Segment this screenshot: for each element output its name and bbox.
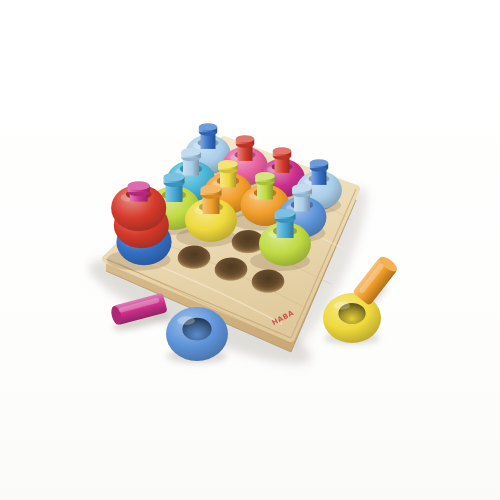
- loose-ring-blue[interactable]: [166, 307, 228, 361]
- pieces-scene: [0, 0, 500, 500]
- product-photo: HABA: [0, 0, 500, 500]
